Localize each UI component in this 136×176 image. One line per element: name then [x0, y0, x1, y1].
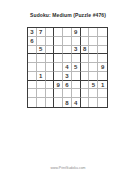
cell-r4c7 — [81, 54, 90, 63]
cell-r2c4 — [54, 37, 63, 46]
cell-r8c5 — [63, 89, 72, 98]
cell-r7c6 — [72, 81, 81, 90]
cell-r3c4 — [54, 46, 63, 55]
cell-r8c1 — [28, 89, 37, 98]
cell-r8c7 — [81, 89, 90, 98]
cell-r6c6 — [72, 72, 81, 81]
cell-r4c9 — [98, 54, 107, 63]
cell-r7c7 — [81, 81, 90, 90]
cell-r1c4 — [54, 28, 63, 37]
cell-r9c3 — [46, 98, 55, 107]
cell-r1c1: 3 — [28, 28, 37, 37]
cell-r3c2: 5 — [37, 46, 46, 55]
cell-r4c3 — [46, 54, 55, 63]
cell-r9c6: 4 — [72, 98, 81, 107]
cell-r4c8 — [89, 54, 98, 63]
cell-r7c2 — [37, 81, 46, 90]
cell-r3c9 — [98, 46, 107, 55]
cell-r9c9 — [98, 98, 107, 107]
cell-r6c4 — [54, 72, 63, 81]
cell-r4c1 — [28, 54, 37, 63]
cell-r8c8 — [89, 89, 98, 98]
cell-r8c6 — [72, 89, 81, 98]
cell-r9c5: 8 — [63, 98, 72, 107]
cell-r5c9: 9 — [98, 63, 107, 72]
cell-r3c3 — [46, 46, 55, 55]
cell-r5c3 — [46, 63, 55, 72]
cell-r2c6 — [72, 37, 81, 46]
cell-r7c3 — [46, 81, 55, 90]
puzzle-title: Sudoku: Medium (Puzzle #476) — [0, 12, 136, 18]
cell-r8c4 — [54, 89, 63, 98]
cell-r1c3 — [46, 28, 55, 37]
cell-r2c9 — [98, 37, 107, 46]
cell-r2c7 — [81, 37, 90, 46]
cell-r3c1 — [28, 46, 37, 55]
cell-r4c6 — [72, 54, 81, 63]
cell-r8c2 — [37, 89, 46, 98]
cell-r3c5 — [63, 46, 72, 55]
cell-r7c9: 1 — [98, 81, 107, 90]
cell-r5c6: 5 — [72, 63, 81, 72]
cell-r6c8 — [89, 72, 98, 81]
cell-r9c1 — [28, 98, 37, 107]
cell-r7c5: 6 — [63, 81, 72, 90]
cell-r9c2 — [37, 98, 46, 107]
cell-r2c5 — [63, 37, 72, 46]
cell-r4c2 — [37, 54, 46, 63]
cell-r1c2: 7 — [37, 28, 46, 37]
cell-r1c8 — [89, 28, 98, 37]
cell-r9c4 — [54, 98, 63, 107]
cell-r6c2: 1 — [37, 72, 46, 81]
cell-r4c4 — [54, 54, 63, 63]
cell-r5c8 — [89, 63, 98, 72]
cell-r1c6: 9 — [72, 28, 81, 37]
footer-url: www.PrintSudoku.com — [0, 166, 136, 170]
cell-r4c5 — [63, 54, 72, 63]
sudoku-page: Sudoku: Medium (Puzzle #476) 37965384591… — [0, 0, 136, 176]
cell-r5c7 — [81, 63, 90, 72]
cell-r1c5 — [63, 28, 72, 37]
cell-r7c4: 9 — [54, 81, 63, 90]
cell-r3c7: 8 — [81, 46, 90, 55]
cell-r5c1 — [28, 63, 37, 72]
sudoku-board: 379653845913965184 — [27, 27, 108, 108]
cell-r2c8 — [89, 37, 98, 46]
cell-r9c7 — [81, 98, 90, 107]
cell-r6c1 — [28, 72, 37, 81]
cell-r1c9 — [98, 28, 107, 37]
cell-r6c9 — [98, 72, 107, 81]
cell-r2c2 — [37, 37, 46, 46]
cell-r3c6: 3 — [72, 46, 81, 55]
cell-r7c8: 5 — [89, 81, 98, 90]
cell-r6c3 — [46, 72, 55, 81]
cell-r2c1: 6 — [28, 37, 37, 46]
cell-r6c7 — [81, 72, 90, 81]
cell-r9c8 — [89, 98, 98, 107]
cell-r6c5: 3 — [63, 72, 72, 81]
cell-r5c2 — [37, 63, 46, 72]
cell-r2c3 — [46, 37, 55, 46]
cell-r8c9 — [98, 89, 107, 98]
cell-r3c8 — [89, 46, 98, 55]
cell-r5c4 — [54, 63, 63, 72]
cell-r1c7 — [81, 28, 90, 37]
cell-r8c3 — [46, 89, 55, 98]
cell-r7c1 — [28, 81, 37, 90]
cell-r5c5: 4 — [63, 63, 72, 72]
